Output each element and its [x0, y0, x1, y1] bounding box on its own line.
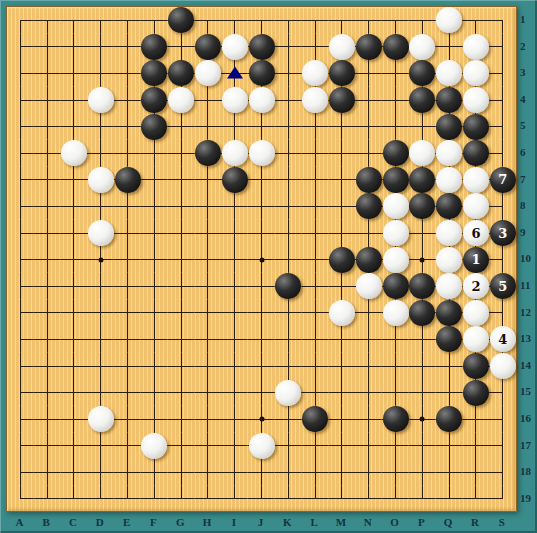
intersection-H18[interactable] [195, 459, 222, 486]
intersection-L4[interactable] [302, 87, 329, 114]
intersection-L1[interactable] [302, 7, 329, 34]
intersection-S6[interactable] [489, 140, 516, 167]
intersection-H12[interactable] [195, 300, 222, 327]
intersection-F13[interactable] [141, 326, 168, 353]
intersection-C10[interactable] [61, 246, 88, 273]
intersection-Q18[interactable] [436, 459, 463, 486]
intersection-Q8[interactable] [436, 193, 463, 220]
intersection-F15[interactable] [141, 379, 168, 406]
intersection-N17[interactable] [355, 433, 382, 460]
intersection-C2[interactable] [61, 34, 88, 61]
intersection-P7[interactable] [409, 167, 436, 194]
intersection-S17[interactable] [489, 433, 516, 460]
intersection-J9[interactable] [248, 220, 275, 247]
intersection-L7[interactable] [302, 167, 329, 194]
intersection-A4[interactable] [7, 87, 34, 114]
intersection-L16[interactable] [302, 406, 329, 433]
intersection-R17[interactable] [463, 433, 490, 460]
intersection-I16[interactable] [221, 406, 248, 433]
intersection-J2[interactable] [248, 34, 275, 61]
intersection-R13[interactable] [463, 326, 490, 353]
intersection-K5[interactable] [275, 113, 302, 140]
intersection-K4[interactable] [275, 87, 302, 114]
intersection-L5[interactable] [302, 113, 329, 140]
intersection-G11[interactable] [168, 273, 195, 300]
intersection-O15[interactable] [382, 379, 409, 406]
intersection-K6[interactable] [275, 140, 302, 167]
intersection-Q5[interactable] [436, 113, 463, 140]
intersection-S15[interactable] [489, 379, 516, 406]
intersection-E3[interactable] [114, 60, 141, 87]
intersection-S2[interactable] [489, 34, 516, 61]
intersection-L12[interactable] [302, 300, 329, 327]
intersection-S18[interactable] [489, 459, 516, 486]
intersection-L8[interactable] [302, 193, 329, 220]
intersection-R6[interactable] [463, 140, 490, 167]
intersection-R19[interactable] [463, 486, 490, 513]
intersection-S13[interactable]: 4 [489, 326, 516, 353]
intersection-P2[interactable] [409, 34, 436, 61]
intersection-S11[interactable]: 5 [489, 273, 516, 300]
intersection-E8[interactable] [114, 193, 141, 220]
intersection-R1[interactable] [463, 7, 490, 34]
intersection-D18[interactable] [87, 459, 114, 486]
intersection-S9[interactable]: 3 [489, 220, 516, 247]
intersection-N5[interactable] [355, 113, 382, 140]
intersection-R8[interactable] [463, 193, 490, 220]
intersection-B10[interactable] [34, 246, 61, 273]
intersection-L14[interactable] [302, 353, 329, 380]
intersection-B12[interactable] [34, 300, 61, 327]
intersection-N3[interactable] [355, 60, 382, 87]
intersection-M14[interactable] [329, 353, 356, 380]
intersection-D9[interactable] [87, 220, 114, 247]
intersection-N8[interactable] [355, 193, 382, 220]
intersection-D12[interactable] [87, 300, 114, 327]
intersection-I12[interactable] [221, 300, 248, 327]
intersection-B7[interactable] [34, 167, 61, 194]
intersection-B11[interactable] [34, 273, 61, 300]
intersection-G17[interactable] [168, 433, 195, 460]
intersection-P17[interactable] [409, 433, 436, 460]
intersection-L6[interactable] [302, 140, 329, 167]
intersection-D15[interactable] [87, 379, 114, 406]
intersection-J19[interactable] [248, 486, 275, 513]
intersection-E12[interactable] [114, 300, 141, 327]
intersection-O19[interactable] [382, 486, 409, 513]
intersection-N6[interactable] [355, 140, 382, 167]
intersection-P8[interactable] [409, 193, 436, 220]
intersection-P19[interactable] [409, 486, 436, 513]
intersection-R18[interactable] [463, 459, 490, 486]
intersection-Q3[interactable] [436, 60, 463, 87]
intersection-H3[interactable] [195, 60, 222, 87]
intersection-M12[interactable] [329, 300, 356, 327]
intersection-I8[interactable] [221, 193, 248, 220]
intersection-C14[interactable] [61, 353, 88, 380]
intersection-H13[interactable] [195, 326, 222, 353]
intersection-D1[interactable] [87, 7, 114, 34]
intersection-G2[interactable] [168, 34, 195, 61]
intersection-I18[interactable] [221, 459, 248, 486]
intersection-P11[interactable] [409, 273, 436, 300]
intersection-G5[interactable] [168, 113, 195, 140]
intersection-Q11[interactable] [436, 273, 463, 300]
intersection-C6[interactable] [61, 140, 88, 167]
intersection-E2[interactable] [114, 34, 141, 61]
intersection-S1[interactable] [489, 7, 516, 34]
intersection-I7[interactable] [221, 167, 248, 194]
intersection-O13[interactable] [382, 326, 409, 353]
intersection-A17[interactable] [7, 433, 34, 460]
intersection-A5[interactable] [7, 113, 34, 140]
intersection-N19[interactable] [355, 486, 382, 513]
intersection-A15[interactable] [7, 379, 34, 406]
intersection-G8[interactable] [168, 193, 195, 220]
intersection-F11[interactable] [141, 273, 168, 300]
intersection-E11[interactable] [114, 273, 141, 300]
intersection-J14[interactable] [248, 353, 275, 380]
intersection-M8[interactable] [329, 193, 356, 220]
intersection-S5[interactable] [489, 113, 516, 140]
intersection-P15[interactable] [409, 379, 436, 406]
intersection-C7[interactable] [61, 167, 88, 194]
intersection-B18[interactable] [34, 459, 61, 486]
intersection-G15[interactable] [168, 379, 195, 406]
intersection-H4[interactable] [195, 87, 222, 114]
intersection-K15[interactable] [275, 379, 302, 406]
intersection-K13[interactable] [275, 326, 302, 353]
intersection-D5[interactable] [87, 113, 114, 140]
intersection-P12[interactable] [409, 300, 436, 327]
intersection-R16[interactable] [463, 406, 490, 433]
intersection-P14[interactable] [409, 353, 436, 380]
intersection-R11[interactable]: 2 [463, 273, 490, 300]
intersection-H6[interactable] [195, 140, 222, 167]
intersection-D2[interactable] [87, 34, 114, 61]
intersection-S14[interactable] [489, 353, 516, 380]
intersection-I2[interactable] [221, 34, 248, 61]
intersection-E13[interactable] [114, 326, 141, 353]
intersection-B6[interactable] [34, 140, 61, 167]
intersection-O9[interactable] [382, 220, 409, 247]
intersection-P3[interactable] [409, 60, 436, 87]
intersection-C9[interactable] [61, 220, 88, 247]
intersection-A6[interactable] [7, 140, 34, 167]
intersection-J5[interactable] [248, 113, 275, 140]
intersection-H19[interactable] [195, 486, 222, 513]
intersection-K9[interactable] [275, 220, 302, 247]
intersection-B14[interactable] [34, 353, 61, 380]
intersection-R4[interactable] [463, 87, 490, 114]
intersection-G19[interactable] [168, 486, 195, 513]
intersection-Q2[interactable] [436, 34, 463, 61]
intersection-O12[interactable] [382, 300, 409, 327]
intersection-G16[interactable] [168, 406, 195, 433]
intersection-J18[interactable] [248, 459, 275, 486]
intersection-B4[interactable] [34, 87, 61, 114]
intersection-S16[interactable] [489, 406, 516, 433]
intersection-G18[interactable] [168, 459, 195, 486]
intersection-N4[interactable] [355, 87, 382, 114]
intersection-D6[interactable] [87, 140, 114, 167]
intersection-I17[interactable] [221, 433, 248, 460]
intersection-G1[interactable] [168, 7, 195, 34]
intersection-O7[interactable] [382, 167, 409, 194]
intersection-K16[interactable] [275, 406, 302, 433]
intersection-N11[interactable] [355, 273, 382, 300]
intersection-O11[interactable] [382, 273, 409, 300]
intersection-I14[interactable] [221, 353, 248, 380]
intersection-N15[interactable] [355, 379, 382, 406]
intersection-R15[interactable] [463, 379, 490, 406]
intersection-C11[interactable] [61, 273, 88, 300]
intersection-D11[interactable] [87, 273, 114, 300]
intersection-E19[interactable] [114, 486, 141, 513]
intersection-G7[interactable] [168, 167, 195, 194]
intersection-J16[interactable] [248, 406, 275, 433]
intersection-Q12[interactable] [436, 300, 463, 327]
intersection-P9[interactable] [409, 220, 436, 247]
intersection-J13[interactable] [248, 326, 275, 353]
intersection-H11[interactable] [195, 273, 222, 300]
intersection-I15[interactable] [221, 379, 248, 406]
intersection-P13[interactable] [409, 326, 436, 353]
intersection-O18[interactable] [382, 459, 409, 486]
intersection-M3[interactable] [329, 60, 356, 87]
intersection-B8[interactable] [34, 193, 61, 220]
intersection-H14[interactable] [195, 353, 222, 380]
intersection-K8[interactable] [275, 193, 302, 220]
intersection-N7[interactable] [355, 167, 382, 194]
intersection-Q6[interactable] [436, 140, 463, 167]
intersection-A9[interactable] [7, 220, 34, 247]
intersection-P4[interactable] [409, 87, 436, 114]
intersection-O14[interactable] [382, 353, 409, 380]
intersection-F4[interactable] [141, 87, 168, 114]
intersection-Q16[interactable] [436, 406, 463, 433]
intersection-R12[interactable] [463, 300, 490, 327]
intersection-F19[interactable] [141, 486, 168, 513]
intersection-M4[interactable] [329, 87, 356, 114]
intersection-P1[interactable] [409, 7, 436, 34]
intersection-G6[interactable] [168, 140, 195, 167]
intersection-O1[interactable] [382, 7, 409, 34]
intersection-A18[interactable] [7, 459, 34, 486]
intersection-H8[interactable] [195, 193, 222, 220]
intersection-E5[interactable] [114, 113, 141, 140]
intersection-H16[interactable] [195, 406, 222, 433]
intersection-C19[interactable] [61, 486, 88, 513]
intersection-E6[interactable] [114, 140, 141, 167]
intersection-Q19[interactable] [436, 486, 463, 513]
intersection-C4[interactable] [61, 87, 88, 114]
intersection-Q10[interactable] [436, 246, 463, 273]
intersection-K17[interactable] [275, 433, 302, 460]
intersection-M1[interactable] [329, 7, 356, 34]
intersection-N14[interactable] [355, 353, 382, 380]
intersection-K14[interactable] [275, 353, 302, 380]
intersection-J7[interactable] [248, 167, 275, 194]
intersection-L11[interactable] [302, 273, 329, 300]
intersection-A10[interactable] [7, 246, 34, 273]
intersection-Q7[interactable] [436, 167, 463, 194]
intersection-I9[interactable] [221, 220, 248, 247]
intersection-H10[interactable] [195, 246, 222, 273]
intersection-L15[interactable] [302, 379, 329, 406]
intersection-O6[interactable] [382, 140, 409, 167]
intersection-D19[interactable] [87, 486, 114, 513]
intersection-E10[interactable] [114, 246, 141, 273]
intersection-A19[interactable] [7, 486, 34, 513]
intersection-G4[interactable] [168, 87, 195, 114]
intersection-G10[interactable] [168, 246, 195, 273]
intersection-E7[interactable] [114, 167, 141, 194]
intersection-F3[interactable] [141, 60, 168, 87]
intersection-F5[interactable] [141, 113, 168, 140]
intersection-J4[interactable] [248, 87, 275, 114]
intersection-R10[interactable]: 1 [463, 246, 490, 273]
intersection-G13[interactable] [168, 326, 195, 353]
intersection-B16[interactable] [34, 406, 61, 433]
intersection-A12[interactable] [7, 300, 34, 327]
intersection-E15[interactable] [114, 379, 141, 406]
intersection-H15[interactable] [195, 379, 222, 406]
intersection-O10[interactable] [382, 246, 409, 273]
intersection-B19[interactable] [34, 486, 61, 513]
intersection-F16[interactable] [141, 406, 168, 433]
intersection-M16[interactable] [329, 406, 356, 433]
intersection-L9[interactable] [302, 220, 329, 247]
intersection-G9[interactable] [168, 220, 195, 247]
intersection-H17[interactable] [195, 433, 222, 460]
intersection-F2[interactable] [141, 34, 168, 61]
intersection-L2[interactable] [302, 34, 329, 61]
intersection-C17[interactable] [61, 433, 88, 460]
intersection-J10[interactable] [248, 246, 275, 273]
intersection-A2[interactable] [7, 34, 34, 61]
intersection-D3[interactable] [87, 60, 114, 87]
intersection-I4[interactable] [221, 87, 248, 114]
intersection-R2[interactable] [463, 34, 490, 61]
intersection-E1[interactable] [114, 7, 141, 34]
intersection-N2[interactable] [355, 34, 382, 61]
intersection-C12[interactable] [61, 300, 88, 327]
intersection-D17[interactable] [87, 433, 114, 460]
intersection-E16[interactable] [114, 406, 141, 433]
intersection-I1[interactable] [221, 7, 248, 34]
intersection-D4[interactable] [87, 87, 114, 114]
intersection-I6[interactable] [221, 140, 248, 167]
intersection-F14[interactable] [141, 353, 168, 380]
intersection-Q17[interactable] [436, 433, 463, 460]
intersection-G3[interactable] [168, 60, 195, 87]
intersection-F10[interactable] [141, 246, 168, 273]
intersection-G12[interactable] [168, 300, 195, 327]
intersection-L19[interactable] [302, 486, 329, 513]
intersection-S8[interactable] [489, 193, 516, 220]
intersection-O2[interactable] [382, 34, 409, 61]
intersection-J12[interactable] [248, 300, 275, 327]
intersection-C8[interactable] [61, 193, 88, 220]
intersection-M9[interactable] [329, 220, 356, 247]
intersection-K12[interactable] [275, 300, 302, 327]
intersection-D16[interactable] [87, 406, 114, 433]
intersection-P5[interactable] [409, 113, 436, 140]
intersection-S4[interactable] [489, 87, 516, 114]
intersection-F12[interactable] [141, 300, 168, 327]
intersection-M13[interactable] [329, 326, 356, 353]
intersection-H9[interactable] [195, 220, 222, 247]
intersection-K18[interactable] [275, 459, 302, 486]
intersection-F7[interactable] [141, 167, 168, 194]
intersection-H2[interactable] [195, 34, 222, 61]
intersection-I10[interactable] [221, 246, 248, 273]
intersection-J1[interactable] [248, 7, 275, 34]
intersection-J8[interactable] [248, 193, 275, 220]
intersection-O16[interactable] [382, 406, 409, 433]
intersection-O3[interactable] [382, 60, 409, 87]
intersection-E9[interactable] [114, 220, 141, 247]
intersection-M19[interactable] [329, 486, 356, 513]
intersection-Q15[interactable] [436, 379, 463, 406]
intersection-D14[interactable] [87, 353, 114, 380]
intersection-Q9[interactable] [436, 220, 463, 247]
intersection-S19[interactable] [489, 486, 516, 513]
intersection-N18[interactable] [355, 459, 382, 486]
intersection-F1[interactable] [141, 7, 168, 34]
intersection-C3[interactable] [61, 60, 88, 87]
intersection-K10[interactable] [275, 246, 302, 273]
intersection-A1[interactable] [7, 7, 34, 34]
intersection-Q13[interactable] [436, 326, 463, 353]
intersection-M11[interactable] [329, 273, 356, 300]
intersection-N13[interactable] [355, 326, 382, 353]
intersection-O5[interactable] [382, 113, 409, 140]
intersection-J17[interactable] [248, 433, 275, 460]
intersection-R9[interactable]: 6 [463, 220, 490, 247]
intersection-I3[interactable] [221, 60, 248, 87]
intersection-M2[interactable] [329, 34, 356, 61]
intersection-P6[interactable] [409, 140, 436, 167]
intersection-L17[interactable] [302, 433, 329, 460]
intersection-D10[interactable] [87, 246, 114, 273]
intersection-B5[interactable] [34, 113, 61, 140]
intersection-M15[interactable] [329, 379, 356, 406]
intersection-P16[interactable] [409, 406, 436, 433]
intersection-F6[interactable] [141, 140, 168, 167]
intersection-N9[interactable] [355, 220, 382, 247]
intersection-N16[interactable] [355, 406, 382, 433]
intersection-L3[interactable] [302, 60, 329, 87]
intersection-M7[interactable] [329, 167, 356, 194]
intersection-H1[interactable] [195, 7, 222, 34]
intersection-H7[interactable] [195, 167, 222, 194]
intersection-C1[interactable] [61, 7, 88, 34]
intersection-B9[interactable] [34, 220, 61, 247]
intersection-B15[interactable] [34, 379, 61, 406]
intersection-I19[interactable] [221, 486, 248, 513]
intersection-L10[interactable] [302, 246, 329, 273]
intersection-M5[interactable] [329, 113, 356, 140]
intersection-I13[interactable] [221, 326, 248, 353]
intersection-C16[interactable] [61, 406, 88, 433]
intersection-B1[interactable] [34, 7, 61, 34]
intersection-F8[interactable] [141, 193, 168, 220]
intersection-J15[interactable] [248, 379, 275, 406]
intersection-B17[interactable] [34, 433, 61, 460]
intersection-M6[interactable] [329, 140, 356, 167]
